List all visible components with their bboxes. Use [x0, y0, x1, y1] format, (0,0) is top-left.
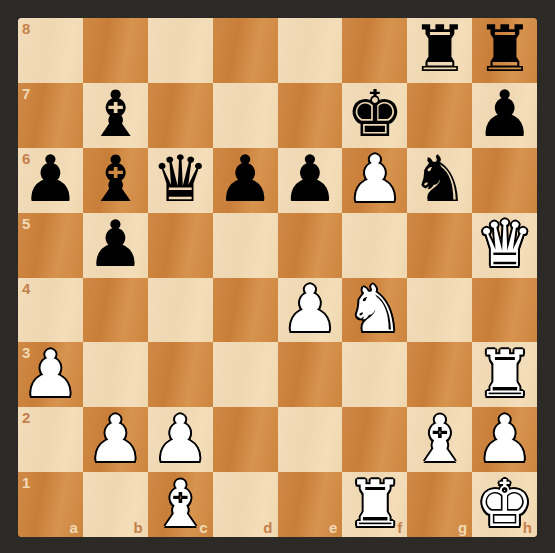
- square-d4[interactable]: [213, 278, 278, 343]
- square-e5[interactable]: [278, 213, 343, 278]
- square-h4[interactable]: [472, 278, 537, 343]
- rank-label-7: 7: [22, 86, 30, 101]
- square-e8[interactable]: [278, 18, 343, 83]
- square-b3[interactable]: [83, 342, 148, 407]
- square-a7[interactable]: 7: [18, 83, 83, 148]
- square-f2[interactable]: [342, 407, 407, 472]
- piece-black-rook-h8[interactable]: ♜: [476, 18, 533, 81]
- square-b8[interactable]: [83, 18, 148, 83]
- square-g7[interactable]: [407, 83, 472, 148]
- piece-white-pawn-e4[interactable]: ♟: [281, 277, 338, 341]
- rank-label-2: 2: [22, 410, 30, 425]
- rank-label-1: 1: [22, 475, 30, 490]
- square-b6[interactable]: ♝: [83, 148, 148, 213]
- square-b1[interactable]: b: [83, 472, 148, 537]
- square-g2[interactable]: ♝: [407, 407, 472, 472]
- square-c3[interactable]: [148, 342, 213, 407]
- piece-white-bishop-g2[interactable]: ♝: [411, 407, 468, 471]
- piece-white-bishop-c1[interactable]: ♝: [152, 472, 209, 536]
- piece-black-pawn-b5[interactable]: ♟: [87, 212, 144, 276]
- square-f4[interactable]: ♞: [342, 278, 407, 343]
- piece-white-pawn-h2[interactable]: ♟: [476, 407, 533, 471]
- square-f3[interactable]: [342, 342, 407, 407]
- piece-black-pawn-a6[interactable]: ♟: [22, 147, 79, 211]
- square-h7[interactable]: ♟: [472, 83, 537, 148]
- square-a5[interactable]: 5: [18, 213, 83, 278]
- square-h1[interactable]: h♚: [472, 472, 537, 537]
- square-c8[interactable]: [148, 18, 213, 83]
- piece-black-pawn-d6[interactable]: ♟: [216, 147, 273, 211]
- square-a8[interactable]: 8: [18, 18, 83, 83]
- piece-black-pawn-h7[interactable]: ♟: [476, 82, 533, 146]
- square-h8[interactable]: ♜: [472, 18, 537, 83]
- file-label-b: b: [134, 520, 143, 535]
- piece-black-pawn-e6[interactable]: ♟: [281, 147, 338, 211]
- piece-white-pawn-a3[interactable]: ♟: [22, 342, 79, 406]
- square-e4[interactable]: ♟: [278, 278, 343, 343]
- square-h3[interactable]: ♜: [472, 342, 537, 407]
- piece-white-king-h1[interactable]: ♚: [476, 472, 533, 536]
- square-e3[interactable]: [278, 342, 343, 407]
- piece-black-bishop-b6[interactable]: ♝: [87, 147, 144, 211]
- square-h5[interactable]: ♛: [472, 213, 537, 278]
- square-c4[interactable]: [148, 278, 213, 343]
- square-a1[interactable]: 1a: [18, 472, 83, 537]
- piece-white-knight-f4[interactable]: ♞: [346, 277, 403, 341]
- piece-white-pawn-f6[interactable]: ♟: [346, 147, 403, 211]
- square-h6[interactable]: [472, 148, 537, 213]
- square-b2[interactable]: ♟: [83, 407, 148, 472]
- file-label-e: e: [329, 520, 337, 535]
- square-d6[interactable]: ♟: [213, 148, 278, 213]
- piece-black-queen-c6[interactable]: ♛: [152, 147, 209, 211]
- rank-label-4: 4: [22, 281, 30, 296]
- piece-black-bishop-b7[interactable]: ♝: [87, 82, 144, 146]
- square-e7[interactable]: [278, 83, 343, 148]
- square-g5[interactable]: [407, 213, 472, 278]
- square-g4[interactable]: [407, 278, 472, 343]
- square-b5[interactable]: ♟: [83, 213, 148, 278]
- rank-label-8: 8: [22, 21, 30, 36]
- piece-white-rook-h3[interactable]: ♜: [476, 342, 533, 406]
- square-c2[interactable]: ♟: [148, 407, 213, 472]
- square-f6[interactable]: ♟: [342, 148, 407, 213]
- square-f7[interactable]: ♚: [342, 83, 407, 148]
- file-label-a: a: [70, 520, 78, 535]
- square-a3[interactable]: 3♟: [18, 342, 83, 407]
- square-e6[interactable]: ♟: [278, 148, 343, 213]
- square-a6[interactable]: 6♟: [18, 148, 83, 213]
- square-d5[interactable]: [213, 213, 278, 278]
- piece-white-pawn-c2[interactable]: ♟: [152, 407, 209, 471]
- file-label-d: d: [263, 520, 272, 535]
- piece-white-pawn-b2[interactable]: ♟: [87, 407, 144, 471]
- square-g3[interactable]: [407, 342, 472, 407]
- square-d2[interactable]: [213, 407, 278, 472]
- page-background: { "game": "chess", "position": { "fen_pi…: [0, 0, 555, 553]
- piece-black-knight-g6[interactable]: ♞: [411, 147, 468, 211]
- square-d8[interactable]: [213, 18, 278, 83]
- file-label-g: g: [458, 520, 467, 535]
- square-d7[interactable]: [213, 83, 278, 148]
- piece-black-king-f7[interactable]: ♚: [346, 82, 403, 146]
- square-c6[interactable]: ♛: [148, 148, 213, 213]
- square-c5[interactable]: [148, 213, 213, 278]
- square-f1[interactable]: f♜: [342, 472, 407, 537]
- square-a2[interactable]: 2: [18, 407, 83, 472]
- square-e2[interactable]: [278, 407, 343, 472]
- square-f5[interactable]: [342, 213, 407, 278]
- rank-label-5: 5: [22, 216, 30, 231]
- square-h2[interactable]: ♟: [472, 407, 537, 472]
- piece-white-rook-f1[interactable]: ♜: [346, 472, 403, 536]
- square-b4[interactable]: [83, 278, 148, 343]
- piece-white-queen-h5[interactable]: ♛: [476, 212, 533, 276]
- chess-board: 8♜♜7♝♚♟6♟♝♛♟♟♟♞5♟♛4♟♞3♟♜2♟♟♝♟1abc♝def♜gh…: [18, 18, 537, 537]
- piece-black-rook-g8[interactable]: ♜: [411, 18, 468, 81]
- square-f8[interactable]: [342, 18, 407, 83]
- square-c7[interactable]: [148, 83, 213, 148]
- square-g1[interactable]: g: [407, 472, 472, 537]
- square-c1[interactable]: c♝: [148, 472, 213, 537]
- square-b7[interactable]: ♝: [83, 83, 148, 148]
- square-d3[interactable]: [213, 342, 278, 407]
- square-a4[interactable]: 4: [18, 278, 83, 343]
- square-d1[interactable]: d: [213, 472, 278, 537]
- square-g6[interactable]: ♞: [407, 148, 472, 213]
- square-e1[interactable]: e: [278, 472, 343, 537]
- square-g8[interactable]: ♜: [407, 18, 472, 83]
